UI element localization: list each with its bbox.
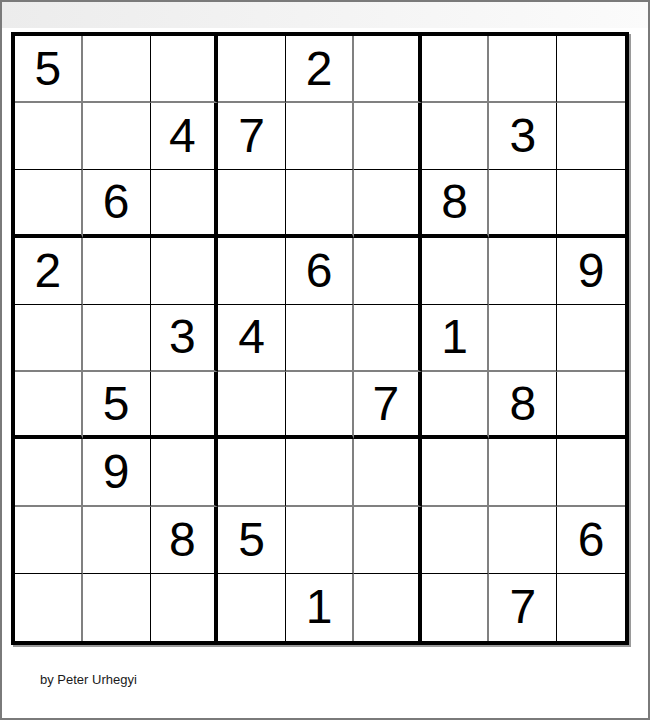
app-window: 5247368269341578985617 by Peter Urhegyi bbox=[0, 0, 650, 720]
cell-r1c7[interactable] bbox=[422, 36, 490, 103]
cell-r4c7[interactable] bbox=[422, 238, 490, 305]
cell-r6c9[interactable] bbox=[557, 372, 625, 439]
sudoku-board: 5247368269341578985617 bbox=[11, 32, 629, 645]
cell-r2c4[interactable]: 7 bbox=[218, 103, 286, 170]
cell-r4c9[interactable]: 9 bbox=[557, 238, 625, 305]
cell-r9c8[interactable]: 7 bbox=[489, 574, 557, 641]
cell-r1c1[interactable]: 5 bbox=[15, 36, 83, 103]
cell-r5c1[interactable] bbox=[15, 305, 83, 372]
cell-r5c2[interactable] bbox=[83, 305, 151, 372]
cell-r2c3[interactable]: 4 bbox=[151, 103, 219, 170]
cell-r3c4[interactable] bbox=[218, 170, 286, 237]
cell-r5c7[interactable]: 1 bbox=[422, 305, 490, 372]
cell-r9c2[interactable] bbox=[83, 574, 151, 641]
cell-r6c2[interactable]: 5 bbox=[83, 372, 151, 439]
cell-r7c9[interactable] bbox=[557, 439, 625, 506]
cell-r2c7[interactable] bbox=[422, 103, 490, 170]
cell-r2c8[interactable]: 3 bbox=[489, 103, 557, 170]
cell-r4c5[interactable]: 6 bbox=[286, 238, 354, 305]
cell-r2c6[interactable] bbox=[354, 103, 422, 170]
cell-r3c6[interactable] bbox=[354, 170, 422, 237]
cell-r3c5[interactable] bbox=[286, 170, 354, 237]
cell-r3c9[interactable] bbox=[557, 170, 625, 237]
cell-r9c9[interactable] bbox=[557, 574, 625, 641]
cell-r1c4[interactable] bbox=[218, 36, 286, 103]
cell-r5c3[interactable]: 3 bbox=[151, 305, 219, 372]
cell-r9c1[interactable] bbox=[15, 574, 83, 641]
cell-r2c9[interactable] bbox=[557, 103, 625, 170]
cell-r8c3[interactable]: 8 bbox=[151, 507, 219, 574]
author-credit: by Peter Urhegyi bbox=[40, 672, 137, 687]
cell-r8c9[interactable]: 6 bbox=[557, 507, 625, 574]
cell-r3c8[interactable] bbox=[489, 170, 557, 237]
cell-r8c4[interactable]: 5 bbox=[218, 507, 286, 574]
cell-r8c5[interactable] bbox=[286, 507, 354, 574]
cell-r7c1[interactable] bbox=[15, 439, 83, 506]
cell-r7c5[interactable] bbox=[286, 439, 354, 506]
cell-r4c8[interactable] bbox=[489, 238, 557, 305]
cell-r8c6[interactable] bbox=[354, 507, 422, 574]
cell-r4c6[interactable] bbox=[354, 238, 422, 305]
cell-r6c5[interactable] bbox=[286, 372, 354, 439]
cell-r6c7[interactable] bbox=[422, 372, 490, 439]
cell-r2c1[interactable] bbox=[15, 103, 83, 170]
cell-r6c3[interactable] bbox=[151, 372, 219, 439]
cell-r3c1[interactable] bbox=[15, 170, 83, 237]
cell-r8c1[interactable] bbox=[15, 507, 83, 574]
cell-r5c5[interactable] bbox=[286, 305, 354, 372]
cell-r8c7[interactable] bbox=[422, 507, 490, 574]
cell-r1c3[interactable] bbox=[151, 36, 219, 103]
cell-r7c7[interactable] bbox=[422, 439, 490, 506]
cell-r9c6[interactable] bbox=[354, 574, 422, 641]
cell-r9c7[interactable] bbox=[422, 574, 490, 641]
cell-r8c2[interactable] bbox=[83, 507, 151, 574]
cell-r4c3[interactable] bbox=[151, 238, 219, 305]
cell-r2c2[interactable] bbox=[83, 103, 151, 170]
cell-r1c9[interactable] bbox=[557, 36, 625, 103]
cell-r5c8[interactable] bbox=[489, 305, 557, 372]
cell-r9c3[interactable] bbox=[151, 574, 219, 641]
cell-r9c4[interactable] bbox=[218, 574, 286, 641]
cell-r5c6[interactable] bbox=[354, 305, 422, 372]
cell-r5c4[interactable]: 4 bbox=[218, 305, 286, 372]
cell-r1c2[interactable] bbox=[83, 36, 151, 103]
header-band bbox=[2, 2, 648, 28]
cell-r5c9[interactable] bbox=[557, 305, 625, 372]
cell-r2c5[interactable] bbox=[286, 103, 354, 170]
cell-r6c1[interactable] bbox=[15, 372, 83, 439]
cell-r4c4[interactable] bbox=[218, 238, 286, 305]
cell-r7c6[interactable] bbox=[354, 439, 422, 506]
cell-r6c8[interactable]: 8 bbox=[489, 372, 557, 439]
cell-r1c8[interactable] bbox=[489, 36, 557, 103]
cell-r3c7[interactable]: 8 bbox=[422, 170, 490, 237]
cell-r9c5[interactable]: 1 bbox=[286, 574, 354, 641]
cell-r7c3[interactable] bbox=[151, 439, 219, 506]
cell-r4c1[interactable]: 2 bbox=[15, 238, 83, 305]
cell-r3c2[interactable]: 6 bbox=[83, 170, 151, 237]
cell-r1c6[interactable] bbox=[354, 36, 422, 103]
cell-r7c8[interactable] bbox=[489, 439, 557, 506]
cell-r6c4[interactable] bbox=[218, 372, 286, 439]
cell-r6c6[interactable]: 7 bbox=[354, 372, 422, 439]
cell-r7c4[interactable] bbox=[218, 439, 286, 506]
cell-r7c2[interactable]: 9 bbox=[83, 439, 151, 506]
cell-r1c5[interactable]: 2 bbox=[286, 36, 354, 103]
cell-r4c2[interactable] bbox=[83, 238, 151, 305]
cell-r3c3[interactable] bbox=[151, 170, 219, 237]
cell-r8c8[interactable] bbox=[489, 507, 557, 574]
